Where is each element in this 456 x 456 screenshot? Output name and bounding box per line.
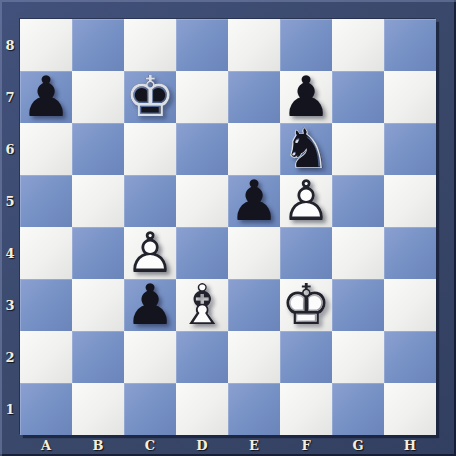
square-g1[interactable] xyxy=(332,383,384,435)
rank-label-6: 6 xyxy=(0,123,20,175)
white-king[interactable]: ♚♔ xyxy=(280,279,332,331)
black-king[interactable]: ♚♔ xyxy=(124,71,176,123)
square-e6[interactable] xyxy=(228,123,280,175)
black-pawn-glyph: ♟ xyxy=(280,69,332,121)
white-king-glyph: ♚ xyxy=(280,277,332,329)
square-b3[interactable] xyxy=(72,279,124,331)
black-pawn[interactable]: ♟♙ xyxy=(124,279,176,331)
square-b8[interactable] xyxy=(72,19,124,71)
rank-label-2: 2 xyxy=(0,331,20,383)
file-label-c: C xyxy=(124,435,176,456)
board-frame: 87654321 ♟♙♚♔♟♙♞♘♟♙♟♙♟♙♟♙♝♗♚♔ ABCDEFGH xyxy=(0,0,456,456)
white-pawn-glyph: ♟ xyxy=(124,225,176,277)
square-a1[interactable] xyxy=(20,383,72,435)
file-label-e: E xyxy=(228,435,280,456)
black-knight[interactable]: ♞♘ xyxy=(280,123,332,175)
black-pawn[interactable]: ♟♙ xyxy=(280,71,332,123)
square-g5[interactable] xyxy=(332,175,384,227)
white-king-outline: ♔ xyxy=(280,277,332,329)
square-e4[interactable] xyxy=(228,227,280,279)
square-c7[interactable]: ♚♔ xyxy=(124,71,176,123)
square-e1[interactable] xyxy=(228,383,280,435)
square-e7[interactable] xyxy=(228,71,280,123)
square-g7[interactable] xyxy=(332,71,384,123)
white-pawn-outline: ♙ xyxy=(124,225,176,277)
square-c1[interactable] xyxy=(124,383,176,435)
square-b6[interactable] xyxy=(72,123,124,175)
black-pawn[interactable]: ♟♙ xyxy=(20,71,72,123)
square-c6[interactable] xyxy=(124,123,176,175)
square-c5[interactable] xyxy=(124,175,176,227)
white-bishop-glyph: ♝ xyxy=(176,277,228,329)
white-bishop[interactable]: ♝♗ xyxy=(176,279,228,331)
square-a6[interactable] xyxy=(20,123,72,175)
square-c3[interactable]: ♟♙ xyxy=(124,279,176,331)
square-h5[interactable] xyxy=(384,175,436,227)
square-g8[interactable] xyxy=(332,19,384,71)
square-f7[interactable]: ♟♙ xyxy=(280,71,332,123)
black-pawn[interactable]: ♟♙ xyxy=(228,175,280,227)
square-d7[interactable] xyxy=(176,71,228,123)
black-king-glyph: ♚ xyxy=(124,69,176,121)
square-d1[interactable] xyxy=(176,383,228,435)
square-a8[interactable] xyxy=(20,19,72,71)
square-f3[interactable]: ♚♔ xyxy=(280,279,332,331)
square-a5[interactable] xyxy=(20,175,72,227)
square-f4[interactable] xyxy=(280,227,332,279)
rank-label-4: 4 xyxy=(0,227,20,279)
black-king-outline: ♔ xyxy=(124,69,176,121)
square-e5[interactable]: ♟♙ xyxy=(228,175,280,227)
square-e2[interactable] xyxy=(228,331,280,383)
square-g6[interactable] xyxy=(332,123,384,175)
board: ♟♙♚♔♟♙♞♘♟♙♟♙♟♙♟♙♝♗♚♔ xyxy=(20,19,436,435)
black-pawn-glyph: ♟ xyxy=(20,69,72,121)
square-h7[interactable] xyxy=(384,71,436,123)
square-b7[interactable] xyxy=(72,71,124,123)
square-c4[interactable]: ♟♙ xyxy=(124,227,176,279)
square-e8[interactable] xyxy=(228,19,280,71)
square-b5[interactable] xyxy=(72,175,124,227)
square-b1[interactable] xyxy=(72,383,124,435)
square-c2[interactable] xyxy=(124,331,176,383)
square-a4[interactable] xyxy=(20,227,72,279)
file-labels: ABCDEFGH xyxy=(20,435,436,456)
square-h6[interactable] xyxy=(384,123,436,175)
rank-label-1: 1 xyxy=(0,383,20,435)
rank-label-3: 3 xyxy=(0,279,20,331)
square-c8[interactable] xyxy=(124,19,176,71)
file-label-g: G xyxy=(332,435,384,456)
square-h3[interactable] xyxy=(384,279,436,331)
square-g3[interactable] xyxy=(332,279,384,331)
white-pawn-outline: ♙ xyxy=(280,173,332,225)
white-pawn[interactable]: ♟♙ xyxy=(280,175,332,227)
rank-label-7: 7 xyxy=(0,71,20,123)
file-label-f: F xyxy=(280,435,332,456)
square-d2[interactable] xyxy=(176,331,228,383)
white-pawn[interactable]: ♟♙ xyxy=(124,227,176,279)
square-a3[interactable] xyxy=(20,279,72,331)
square-a7[interactable]: ♟♙ xyxy=(20,71,72,123)
square-f5[interactable]: ♟♙ xyxy=(280,175,332,227)
square-e3[interactable] xyxy=(228,279,280,331)
square-g2[interactable] xyxy=(332,331,384,383)
square-h8[interactable] xyxy=(384,19,436,71)
file-label-b: B xyxy=(72,435,124,456)
file-label-h: H xyxy=(384,435,436,456)
square-g4[interactable] xyxy=(332,227,384,279)
black-pawn-glyph: ♟ xyxy=(228,173,280,225)
square-f2[interactable] xyxy=(280,331,332,383)
square-d5[interactable] xyxy=(176,175,228,227)
file-label-a: A xyxy=(20,435,72,456)
square-f8[interactable] xyxy=(280,19,332,71)
square-d3[interactable]: ♝♗ xyxy=(176,279,228,331)
white-pawn-glyph: ♟ xyxy=(280,173,332,225)
square-h4[interactable] xyxy=(384,227,436,279)
square-d6[interactable] xyxy=(176,123,228,175)
black-knight-outline: ♘ xyxy=(280,121,332,173)
rank-label-5: 5 xyxy=(0,175,20,227)
rank-label-8: 8 xyxy=(0,19,20,71)
white-bishop-outline: ♗ xyxy=(176,277,228,329)
square-f6[interactable]: ♞♘ xyxy=(280,123,332,175)
square-h1[interactable] xyxy=(384,383,436,435)
square-f1[interactable] xyxy=(280,383,332,435)
square-h2[interactable] xyxy=(384,331,436,383)
file-label-d: D xyxy=(176,435,228,456)
black-pawn-glyph: ♟ xyxy=(124,277,176,329)
square-d8[interactable] xyxy=(176,19,228,71)
rank-labels: 87654321 xyxy=(0,19,20,435)
square-b4[interactable] xyxy=(72,227,124,279)
square-a2[interactable] xyxy=(20,331,72,383)
black-knight-glyph: ♞ xyxy=(280,121,332,173)
square-b2[interactable] xyxy=(72,331,124,383)
square-d4[interactable] xyxy=(176,227,228,279)
